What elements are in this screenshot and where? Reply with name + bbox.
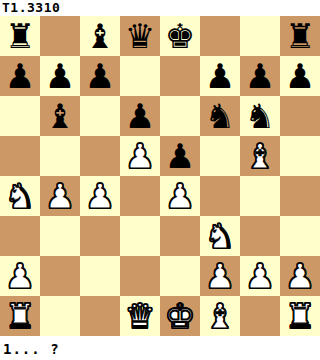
- white-bishop[interactable]: ♝: [245, 136, 275, 176]
- square-b3[interactable]: [40, 216, 80, 256]
- square-b4[interactable]: ♟: [40, 176, 80, 216]
- square-c4[interactable]: ♟: [80, 176, 120, 216]
- white-bishop[interactable]: ♝: [205, 296, 235, 336]
- black-queen[interactable]: ♛: [125, 16, 155, 56]
- square-e5[interactable]: ♟: [160, 136, 200, 176]
- square-h2[interactable]: ♟: [280, 256, 320, 296]
- black-knight[interactable]: ♞: [245, 96, 275, 136]
- square-f5[interactable]: [200, 136, 240, 176]
- square-h7[interactable]: ♟: [280, 56, 320, 96]
- square-f4[interactable]: [200, 176, 240, 216]
- square-c7[interactable]: ♟: [80, 56, 120, 96]
- square-e7[interactable]: [160, 56, 200, 96]
- square-f2[interactable]: ♟: [200, 256, 240, 296]
- black-rook[interactable]: ♜: [285, 16, 315, 56]
- square-a8[interactable]: ♜: [0, 16, 40, 56]
- black-knight[interactable]: ♞: [205, 96, 235, 136]
- square-h6[interactable]: [280, 96, 320, 136]
- square-f8[interactable]: [200, 16, 240, 56]
- black-pawn[interactable]: ♟: [205, 56, 235, 96]
- square-d6[interactable]: ♟: [120, 96, 160, 136]
- square-d8[interactable]: ♛: [120, 16, 160, 56]
- move-prompt: 1... ?: [0, 336, 320, 360]
- square-c2[interactable]: [80, 256, 120, 296]
- square-b5[interactable]: [40, 136, 80, 176]
- white-pawn[interactable]: ♟: [85, 176, 115, 216]
- white-pawn[interactable]: ♟: [125, 136, 155, 176]
- square-g8[interactable]: [240, 16, 280, 56]
- black-pawn[interactable]: ♟: [45, 56, 75, 96]
- square-c1[interactable]: [80, 296, 120, 336]
- square-h1[interactable]: ♜: [280, 296, 320, 336]
- square-e8[interactable]: ♚: [160, 16, 200, 56]
- square-g7[interactable]: ♟: [240, 56, 280, 96]
- white-pawn[interactable]: ♟: [245, 256, 275, 296]
- white-knight[interactable]: ♞: [205, 216, 235, 256]
- black-pawn[interactable]: ♟: [285, 56, 315, 96]
- square-a2[interactable]: ♟: [0, 256, 40, 296]
- square-c3[interactable]: [80, 216, 120, 256]
- square-d1[interactable]: ♛: [120, 296, 160, 336]
- square-d4[interactable]: [120, 176, 160, 216]
- square-h8[interactable]: ♜: [280, 16, 320, 56]
- square-a6[interactable]: [0, 96, 40, 136]
- square-h5[interactable]: [280, 136, 320, 176]
- black-pawn[interactable]: ♟: [245, 56, 275, 96]
- black-bishop[interactable]: ♝: [45, 96, 75, 136]
- square-a4[interactable]: ♞: [0, 176, 40, 216]
- square-g2[interactable]: ♟: [240, 256, 280, 296]
- square-f7[interactable]: ♟: [200, 56, 240, 96]
- black-rook[interactable]: ♜: [5, 16, 35, 56]
- square-b2[interactable]: [40, 256, 80, 296]
- square-d5[interactable]: ♟: [120, 136, 160, 176]
- square-c8[interactable]: ♝: [80, 16, 120, 56]
- chess-board: ♜♝♛♚♜♟♟♟♟♟♟♝♟♞♞♟♟♝♞♟♟♟♞♟♟♟♟♜♛♚♝♜: [0, 16, 320, 336]
- white-pawn[interactable]: ♟: [205, 256, 235, 296]
- square-e2[interactable]: [160, 256, 200, 296]
- black-bishop[interactable]: ♝: [85, 16, 115, 56]
- square-b7[interactable]: ♟: [40, 56, 80, 96]
- black-king[interactable]: ♚: [165, 16, 195, 56]
- square-b8[interactable]: [40, 16, 80, 56]
- square-f1[interactable]: ♝: [200, 296, 240, 336]
- puzzle-title: T1.3310: [0, 0, 320, 16]
- black-pawn[interactable]: ♟: [85, 56, 115, 96]
- white-king[interactable]: ♚: [165, 296, 195, 336]
- square-a7[interactable]: ♟: [0, 56, 40, 96]
- square-c5[interactable]: [80, 136, 120, 176]
- square-g5[interactable]: ♝: [240, 136, 280, 176]
- white-pawn[interactable]: ♟: [285, 256, 315, 296]
- black-pawn[interactable]: ♟: [125, 96, 155, 136]
- white-knight[interactable]: ♞: [5, 176, 35, 216]
- square-d3[interactable]: [120, 216, 160, 256]
- white-pawn[interactable]: ♟: [45, 176, 75, 216]
- square-g1[interactable]: [240, 296, 280, 336]
- white-queen[interactable]: ♛: [125, 296, 155, 336]
- square-g4[interactable]: [240, 176, 280, 216]
- white-rook[interactable]: ♜: [5, 296, 35, 336]
- square-f3[interactable]: ♞: [200, 216, 240, 256]
- square-b6[interactable]: ♝: [40, 96, 80, 136]
- square-e1[interactable]: ♚: [160, 296, 200, 336]
- square-a5[interactable]: [0, 136, 40, 176]
- square-e6[interactable]: [160, 96, 200, 136]
- black-pawn[interactable]: ♟: [165, 136, 195, 176]
- square-d2[interactable]: [120, 256, 160, 296]
- square-e3[interactable]: [160, 216, 200, 256]
- square-g3[interactable]: [240, 216, 280, 256]
- white-pawn[interactable]: ♟: [5, 256, 35, 296]
- square-e4[interactable]: ♟: [160, 176, 200, 216]
- square-g6[interactable]: ♞: [240, 96, 280, 136]
- square-f6[interactable]: ♞: [200, 96, 240, 136]
- square-h3[interactable]: [280, 216, 320, 256]
- square-a1[interactable]: ♜: [0, 296, 40, 336]
- square-d7[interactable]: [120, 56, 160, 96]
- black-pawn[interactable]: ♟: [5, 56, 35, 96]
- square-c6[interactable]: [80, 96, 120, 136]
- white-pawn[interactable]: ♟: [165, 176, 195, 216]
- square-a3[interactable]: [0, 216, 40, 256]
- square-h4[interactable]: [280, 176, 320, 216]
- square-b1[interactable]: [40, 296, 80, 336]
- white-rook[interactable]: ♜: [285, 296, 315, 336]
